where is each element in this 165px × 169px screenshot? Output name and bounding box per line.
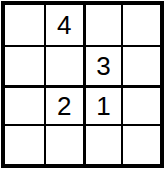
cell-r2c4[interactable] <box>121 45 160 85</box>
cell-r1c4[interactable] <box>121 5 160 45</box>
cell-r3c3[interactable]: 1 <box>83 85 122 125</box>
cell-r3c1[interactable] <box>5 85 44 125</box>
cell-r2c2[interactable] <box>44 45 83 85</box>
cell-r3c2[interactable]: 2 <box>44 85 83 125</box>
cell-r1c3[interactable] <box>83 5 122 45</box>
cell-r1c2[interactable]: 4 <box>44 5 83 45</box>
sudoku-board-wrapper: 4321 <box>0 0 165 169</box>
cell-r4c1[interactable] <box>5 124 44 164</box>
cell-r4c4[interactable] <box>121 124 160 164</box>
cell-r3c4[interactable] <box>121 85 160 125</box>
cell-r2c1[interactable] <box>5 45 44 85</box>
sudoku-board: 4321 <box>1 1 164 168</box>
cell-r1c1[interactable] <box>5 5 44 45</box>
cell-r4c2[interactable] <box>44 124 83 164</box>
cell-r2c3[interactable]: 3 <box>83 45 122 85</box>
cell-r4c3[interactable] <box>83 124 122 164</box>
